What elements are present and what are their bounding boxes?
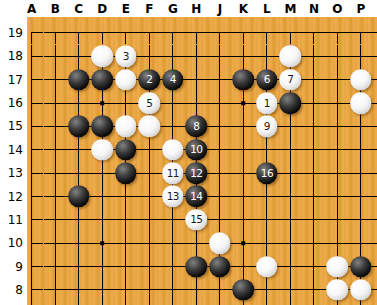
intersection-E15[interactable] [114, 115, 138, 138]
intersection-L14[interactable] [255, 138, 279, 161]
stone-white-E17 [115, 69, 137, 91]
intersection-L12[interactable] [255, 185, 279, 208]
move-number-4: 4 [170, 74, 176, 85]
intersection-D9[interactable] [91, 255, 115, 278]
intersection-H11[interactable]: 15 [185, 208, 209, 231]
intersection-B19[interactable] [44, 21, 68, 44]
intersection-P18[interactable] [349, 45, 373, 68]
intersection-D19[interactable] [91, 21, 115, 44]
intersection-G10[interactable] [161, 232, 185, 255]
stone-white-J10 [209, 232, 231, 254]
column-label-L: L [263, 2, 271, 16]
intersection-H12[interactable]: 14 [185, 185, 209, 208]
stone-white-L9 [256, 256, 278, 278]
stone-white-F15 [139, 116, 161, 138]
column-label-D: D [97, 2, 107, 16]
row-label-16: 16 [0, 96, 23, 110]
intersection-P9[interactable] [349, 255, 373, 278]
column-label-F: F [145, 2, 153, 16]
intersection-C9[interactable] [67, 255, 91, 278]
stone-black-K8 [233, 279, 255, 301]
intersection-A12[interactable] [27, 185, 44, 208]
stone-black-P9 [350, 256, 372, 278]
intersection-G18[interactable] [161, 45, 185, 68]
cropped-edge [27, 302, 44, 305]
intersection-J16[interactable] [208, 91, 232, 114]
intersection-O17[interactable] [326, 68, 350, 91]
intersection-J11[interactable] [208, 208, 232, 231]
stone-black-L13: 16 [256, 162, 278, 184]
cropped-edge [44, 302, 68, 305]
stone-white-D14 [92, 139, 114, 161]
intersection-F13[interactable] [138, 161, 162, 184]
intersection-O10[interactable] [326, 232, 350, 255]
intersection-L18[interactable] [255, 45, 279, 68]
intersection-K13[interactable] [232, 161, 256, 184]
intersection-C14[interactable] [67, 138, 91, 161]
stone-black-L17: 6 [256, 69, 278, 91]
intersection-M18[interactable] [279, 45, 303, 68]
stone-white-P16 [350, 92, 372, 114]
row-label-13: 13 [0, 166, 23, 180]
move-number-6: 6 [264, 74, 270, 85]
intersection-N8[interactable] [302, 278, 326, 301]
intersection-J8[interactable] [208, 278, 232, 301]
intersection-C18[interactable] [67, 45, 91, 68]
intersection-B15[interactable] [44, 115, 68, 138]
row-label-10: 10 [0, 236, 23, 250]
star-point-K16 [242, 101, 246, 105]
intersection-B17[interactable] [44, 68, 68, 91]
column-label-J: J [218, 2, 222, 16]
intersection-L15[interactable]: 9 [255, 115, 279, 138]
intersection-P8[interactable] [349, 278, 373, 301]
intersection-N12[interactable] [302, 185, 326, 208]
intersection-P10[interactable] [349, 232, 373, 255]
stone-white-F16: 5 [139, 92, 161, 114]
column-labels: ABCDEFGHJKLMNOP [0, 0, 377, 17]
intersection-J10[interactable] [208, 232, 232, 255]
intersection-K19[interactable] [232, 21, 256, 44]
intersection-P15[interactable] [349, 115, 373, 138]
intersection-G19[interactable] [161, 21, 185, 44]
intersection-M14[interactable] [279, 138, 303, 161]
stone-white-L16: 1 [256, 92, 278, 114]
intersection-E8[interactable] [114, 278, 138, 301]
cropped-edge [279, 302, 303, 305]
intersection-H9[interactable] [185, 255, 209, 278]
stone-black-C17 [68, 69, 90, 91]
stone-black-M16 [280, 92, 302, 114]
move-number-10: 10 [190, 145, 202, 156]
intersection-E10[interactable] [114, 232, 138, 255]
intersection-A17[interactable] [27, 68, 44, 91]
intersection-G16[interactable] [161, 91, 185, 114]
intersection-G8[interactable] [161, 278, 185, 301]
intersection-O18[interactable] [326, 45, 350, 68]
intersection-L17[interactable]: 6 [255, 68, 279, 91]
column-label-G: G [168, 2, 178, 16]
intersection-N9[interactable] [302, 255, 326, 278]
cropped-edge [373, 208, 377, 231]
cropped-edge [373, 185, 377, 208]
intersection-O19[interactable] [326, 21, 350, 44]
move-number-16: 16 [261, 168, 273, 179]
intersection-M16[interactable] [279, 91, 303, 114]
cropped-edge [161, 302, 185, 305]
intersection-D14[interactable] [91, 138, 115, 161]
intersection-E17[interactable] [114, 68, 138, 91]
stone-white-P17 [350, 69, 372, 91]
cropped-edge [302, 302, 326, 305]
intersection-N14[interactable] [302, 138, 326, 161]
row-label-14: 14 [0, 143, 23, 157]
column-label-H: H [191, 2, 201, 16]
go-board: 32467518910111216131415 [27, 17, 377, 305]
intersection-M8[interactable] [279, 278, 303, 301]
intersection-F18[interactable] [138, 45, 162, 68]
intersection-H13[interactable]: 12 [185, 161, 209, 184]
cropped-edge [114, 302, 138, 305]
cropped-edge [138, 302, 162, 305]
row-label-18: 18 [0, 49, 23, 63]
row-label-15: 15 [0, 119, 23, 133]
intersection-H18[interactable] [185, 45, 209, 68]
intersection-K18[interactable] [232, 45, 256, 68]
intersection-P12[interactable] [349, 185, 373, 208]
move-number-15: 15 [190, 215, 202, 226]
intersection-O16[interactable] [326, 91, 350, 114]
intersection-O15[interactable] [326, 115, 350, 138]
stone-white-E18: 3 [115, 46, 137, 68]
intersection-O11[interactable] [326, 208, 350, 231]
intersection-K16[interactable] [232, 91, 256, 114]
intersection-D11[interactable] [91, 208, 115, 231]
column-label-N: N [309, 2, 319, 16]
row-label-12: 12 [0, 190, 23, 204]
stone-white-D18 [92, 46, 114, 68]
stone-white-O9 [327, 256, 349, 278]
intersection-H19[interactable] [185, 21, 209, 44]
intersection-E18[interactable]: 3 [114, 45, 138, 68]
intersection-N10[interactable] [302, 232, 326, 255]
intersection-M10[interactable] [279, 232, 303, 255]
column-label-B: B [51, 2, 60, 16]
cropped-edge [349, 302, 373, 305]
row-label-9: 9 [0, 260, 23, 274]
intersection-B16[interactable] [44, 91, 68, 114]
stone-white-L15: 9 [256, 116, 278, 138]
intersection-A8[interactable] [27, 278, 44, 301]
intersection-J14[interactable] [208, 138, 232, 161]
intersection-A10[interactable] [27, 232, 44, 255]
intersection-M13[interactable] [279, 161, 303, 184]
stone-black-J9 [209, 256, 231, 278]
intersection-J12[interactable] [208, 185, 232, 208]
intersection-M11[interactable] [279, 208, 303, 231]
intersection-O14[interactable] [326, 138, 350, 161]
intersection-P11[interactable] [349, 208, 373, 231]
cropped-edge [373, 255, 377, 278]
row-labels: 1918171615141312111098 [0, 0, 27, 305]
stone-black-E13 [115, 162, 137, 184]
cropped-edge [185, 302, 209, 305]
move-number-1: 1 [264, 98, 270, 109]
cropped-edge [91, 302, 115, 305]
intersection-H17[interactable] [185, 68, 209, 91]
intersection-M9[interactable] [279, 255, 303, 278]
intersection-F11[interactable] [138, 208, 162, 231]
move-number-14: 14 [190, 191, 202, 202]
intersection-P16[interactable] [349, 91, 373, 114]
move-number-2: 2 [146, 74, 152, 85]
intersection-J15[interactable] [208, 115, 232, 138]
intersection-H10[interactable] [185, 232, 209, 255]
intersection-A16[interactable] [27, 91, 44, 114]
intersection-L16[interactable]: 1 [255, 91, 279, 114]
intersection-N19[interactable] [302, 21, 326, 44]
intersection-A11[interactable] [27, 208, 44, 231]
star-point-D16 [101, 101, 105, 105]
intersection-C15[interactable] [67, 115, 91, 138]
intersection-F15[interactable] [138, 115, 162, 138]
intersection-A14[interactable] [27, 138, 44, 161]
intersection-N13[interactable] [302, 161, 326, 184]
intersection-H15[interactable]: 8 [185, 115, 209, 138]
intersection-G14[interactable] [161, 138, 185, 161]
intersection-P14[interactable] [349, 138, 373, 161]
intersection-E13[interactable] [114, 161, 138, 184]
intersection-L10[interactable] [255, 232, 279, 255]
star-point-K10 [242, 241, 246, 245]
intersection-E14[interactable] [114, 138, 138, 161]
intersection-N11[interactable] [302, 208, 326, 231]
intersection-J19[interactable] [208, 21, 232, 44]
intersection-C8[interactable] [67, 278, 91, 301]
intersection-B8[interactable] [44, 278, 68, 301]
go-kifu-diagram: 32467518910111216131415 ABCDEFGHJKLMNOP … [0, 0, 377, 305]
column-label-E: E [122, 2, 130, 16]
cropped-edge [373, 68, 377, 91]
intersection-L8[interactable] [255, 278, 279, 301]
intersection-F16[interactable]: 5 [138, 91, 162, 114]
stone-white-P8 [350, 279, 372, 301]
intersection-N16[interactable] [302, 91, 326, 114]
intersection-E9[interactable] [114, 255, 138, 278]
row-label-11: 11 [0, 213, 23, 227]
intersection-N18[interactable] [302, 45, 326, 68]
intersection-G12[interactable]: 13 [161, 185, 185, 208]
intersection-D18[interactable] [91, 45, 115, 68]
intersection-N15[interactable] [302, 115, 326, 138]
intersection-G17[interactable]: 4 [161, 68, 185, 91]
cropped-edge [67, 302, 91, 305]
intersection-D8[interactable] [91, 278, 115, 301]
intersection-M12[interactable] [279, 185, 303, 208]
stone-black-H9 [186, 256, 208, 278]
intersection-B13[interactable] [44, 161, 68, 184]
stone-white-H11: 15 [186, 209, 208, 231]
intersection-B9[interactable] [44, 255, 68, 278]
intersection-F8[interactable] [138, 278, 162, 301]
intersection-F14[interactable] [138, 138, 162, 161]
intersection-O12[interactable] [326, 185, 350, 208]
intersection-K11[interactable] [232, 208, 256, 231]
cropped-edge [373, 232, 377, 255]
stone-black-D17 [92, 69, 114, 91]
intersection-F19[interactable] [138, 21, 162, 44]
intersection-A9[interactable] [27, 255, 44, 278]
intersection-M15[interactable] [279, 115, 303, 138]
move-number-8: 8 [193, 121, 199, 132]
intersection-G13[interactable]: 11 [161, 161, 185, 184]
intersection-H8[interactable] [185, 278, 209, 301]
stone-white-G12: 13 [162, 186, 184, 208]
cropped-edge [255, 302, 279, 305]
cropped-edge [373, 21, 377, 44]
column-label-P: P [357, 2, 366, 16]
intersection-E16[interactable] [114, 91, 138, 114]
intersection-A13[interactable] [27, 161, 44, 184]
intersection-O9[interactable] [326, 255, 350, 278]
cropped-corner [373, 302, 377, 305]
intersection-F12[interactable] [138, 185, 162, 208]
column-label-C: C [74, 2, 83, 16]
stone-black-C12 [68, 186, 90, 208]
intersection-G11[interactable] [161, 208, 185, 231]
cropped-edge [373, 115, 377, 138]
intersection-K12[interactable] [232, 185, 256, 208]
board-grid: 32467518910111216131415 [27, 21, 377, 305]
row-label-17: 17 [0, 73, 23, 87]
intersection-O13[interactable] [326, 161, 350, 184]
cropped-edge [373, 161, 377, 184]
intersection-N17[interactable] [302, 68, 326, 91]
column-label-K: K [239, 2, 248, 16]
intersection-D13[interactable] [91, 161, 115, 184]
intersection-C10[interactable] [67, 232, 91, 255]
cropped-edge [326, 302, 350, 305]
intersection-A19[interactable] [27, 21, 44, 44]
intersection-L11[interactable] [255, 208, 279, 231]
intersection-F9[interactable] [138, 255, 162, 278]
intersection-A18[interactable] [27, 45, 44, 68]
intersection-M17[interactable]: 7 [279, 68, 303, 91]
move-number-11: 11 [167, 168, 179, 179]
cropped-edge [373, 91, 377, 114]
intersection-B10[interactable] [44, 232, 68, 255]
row-label-19: 19 [0, 26, 23, 40]
move-number-13: 13 [167, 191, 179, 202]
intersection-F17[interactable]: 2 [138, 68, 162, 91]
stone-black-F17: 2 [139, 69, 161, 91]
intersection-G9[interactable] [161, 255, 185, 278]
move-number-7: 7 [287, 74, 293, 85]
intersection-D16[interactable] [91, 91, 115, 114]
intersection-H14[interactable]: 10 [185, 138, 209, 161]
stone-white-M18 [280, 46, 302, 68]
intersection-K9[interactable] [232, 255, 256, 278]
stone-black-H13: 12 [186, 162, 208, 184]
cropped-edge [373, 138, 377, 161]
cropped-edge [373, 45, 377, 68]
cropped-edge [208, 302, 232, 305]
intersection-L9[interactable] [255, 255, 279, 278]
stone-white-M17: 7 [280, 69, 302, 91]
cropped-edge [373, 278, 377, 301]
star-point-D10 [101, 241, 105, 245]
intersection-L13[interactable]: 16 [255, 161, 279, 184]
move-number-9: 9 [264, 121, 270, 132]
stone-white-O8 [327, 279, 349, 301]
intersection-K8[interactable] [232, 278, 256, 301]
cropped-edge [232, 302, 256, 305]
move-number-3: 3 [123, 51, 129, 62]
intersection-J13[interactable] [208, 161, 232, 184]
intersection-D15[interactable] [91, 115, 115, 138]
intersection-E12[interactable] [114, 185, 138, 208]
intersection-C17[interactable] [67, 68, 91, 91]
intersection-C16[interactable] [67, 91, 91, 114]
intersection-B14[interactable] [44, 138, 68, 161]
stone-white-E15 [115, 116, 137, 138]
column-label-M: M [284, 2, 296, 16]
intersection-B18[interactable] [44, 45, 68, 68]
intersection-K15[interactable] [232, 115, 256, 138]
column-label-A: A [27, 2, 36, 16]
intersection-B11[interactable] [44, 208, 68, 231]
intersection-K10[interactable] [232, 232, 256, 255]
intersection-H16[interactable] [185, 91, 209, 114]
intersection-O8[interactable] [326, 278, 350, 301]
intersection-L19[interactable] [255, 21, 279, 44]
intersection-C19[interactable] [67, 21, 91, 44]
intersection-D17[interactable] [91, 68, 115, 91]
intersection-C13[interactable] [67, 161, 91, 184]
intersection-K14[interactable] [232, 138, 256, 161]
intersection-P17[interactable] [349, 68, 373, 91]
stone-black-D15 [92, 116, 114, 138]
intersection-M19[interactable] [279, 21, 303, 44]
intersection-F10[interactable] [138, 232, 162, 255]
intersection-E11[interactable] [114, 208, 138, 231]
intersection-C11[interactable] [67, 208, 91, 231]
intersection-P13[interactable] [349, 161, 373, 184]
intersection-D10[interactable] [91, 232, 115, 255]
intersection-G15[interactable] [161, 115, 185, 138]
stone-black-H12: 14 [186, 186, 208, 208]
stone-black-E14 [115, 139, 137, 161]
move-number-5: 5 [146, 98, 152, 109]
intersection-J9[interactable] [208, 255, 232, 278]
stone-black-C15 [68, 116, 90, 138]
stone-white-G13: 11 [162, 162, 184, 184]
intersection-J17[interactable] [208, 68, 232, 91]
intersection-A15[interactable] [27, 115, 44, 138]
stone-black-K17 [233, 69, 255, 91]
column-label-O: O [332, 2, 342, 16]
row-label-8: 8 [0, 283, 23, 297]
intersection-K17[interactable] [232, 68, 256, 91]
intersection-D12[interactable] [91, 185, 115, 208]
move-number-12: 12 [190, 168, 202, 179]
intersection-P19[interactable] [349, 21, 373, 44]
intersection-C12[interactable] [67, 185, 91, 208]
stone-black-G17: 4 [162, 69, 184, 91]
intersection-J18[interactable] [208, 45, 232, 68]
intersection-B12[interactable] [44, 185, 68, 208]
intersection-E19[interactable] [114, 21, 138, 44]
